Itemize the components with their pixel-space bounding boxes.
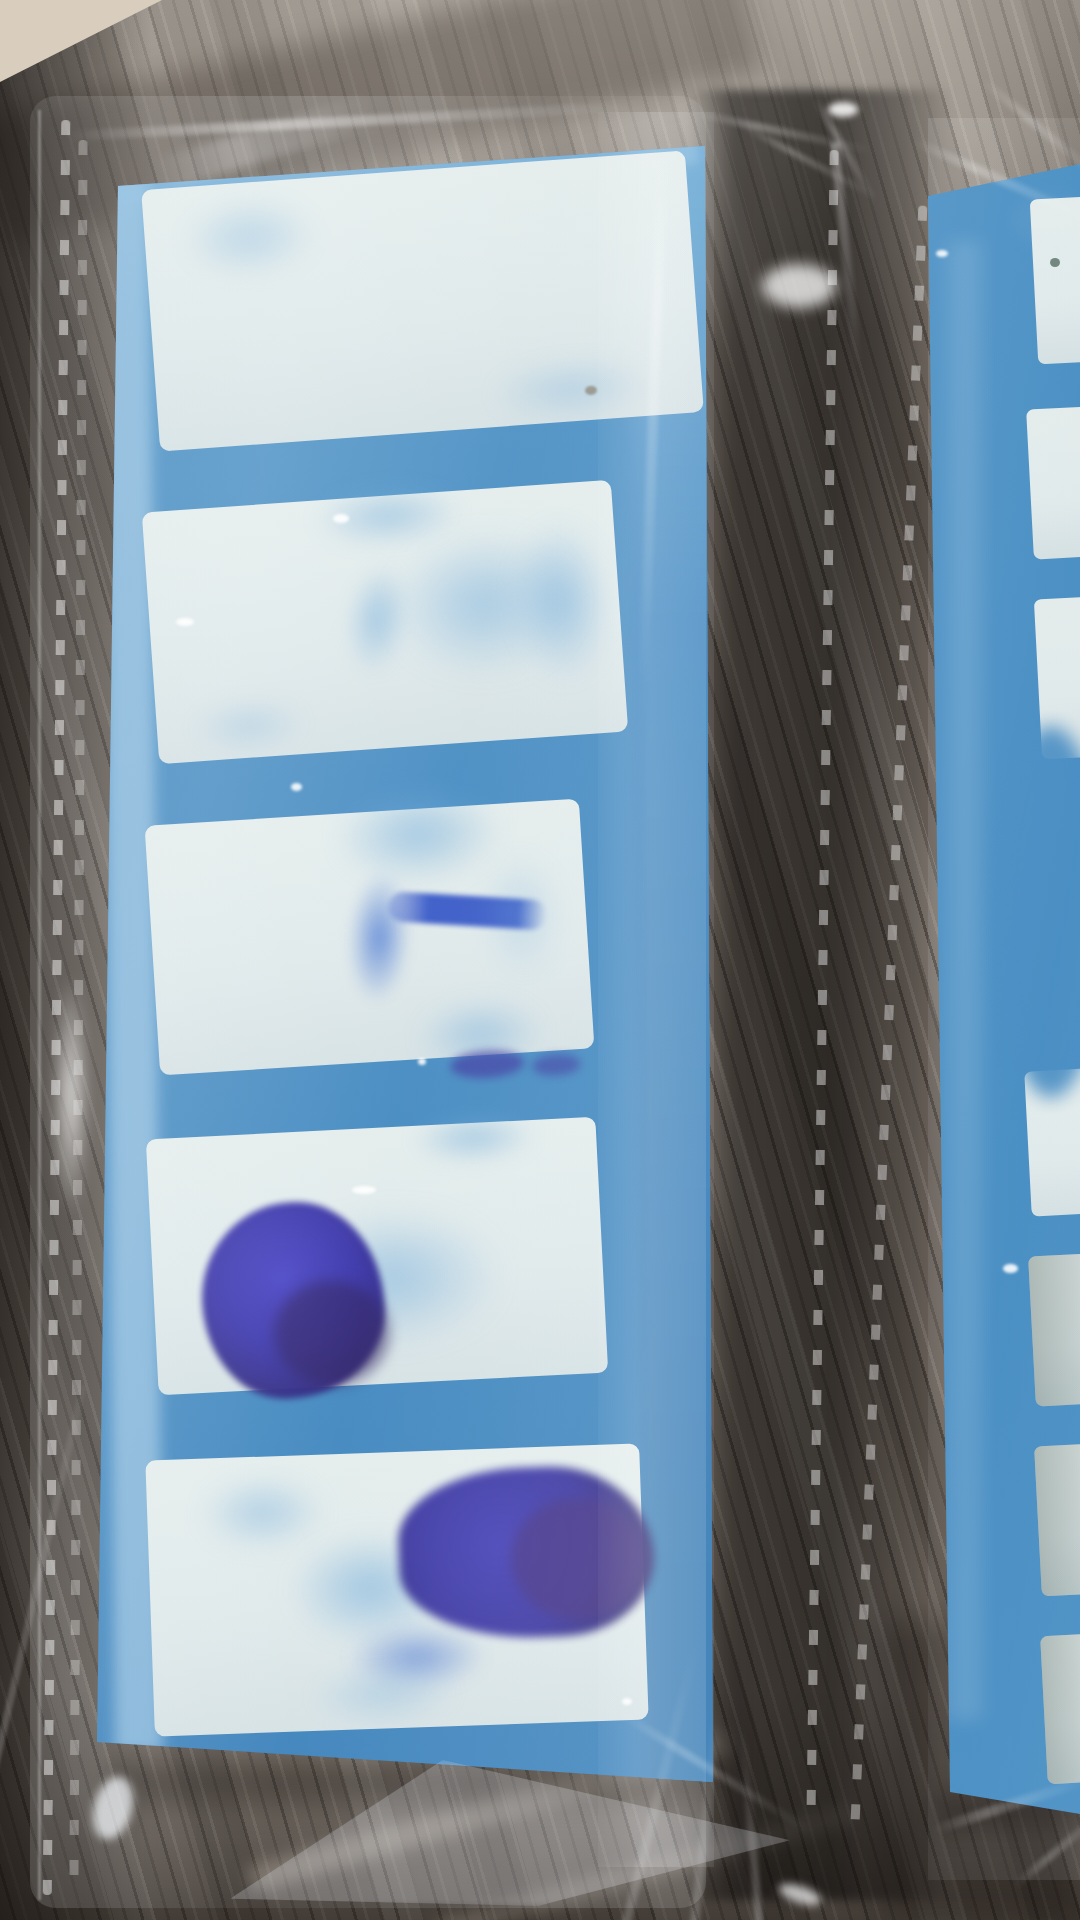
plastic-glint-left-seam (48, 925, 94, 1265)
plastic-glint (352, 1186, 376, 1194)
plastic-glint (418, 1058, 426, 1065)
plastic-glint (622, 1698, 632, 1705)
plastic-fold-glint (762, 264, 836, 308)
plastic-glint (936, 250, 948, 257)
cellophane-edge-left (38, 110, 41, 1900)
plastic-glint (333, 514, 349, 523)
plastic-glint (291, 783, 302, 791)
photo-scene (0, 0, 1080, 1920)
cellophane-sheen-right-package (928, 118, 1080, 1880)
plastic-glint (1003, 1264, 1018, 1273)
plastic-pinch-top (828, 102, 858, 117)
plastic-glint (176, 618, 194, 626)
